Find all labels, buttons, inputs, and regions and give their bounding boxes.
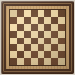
- square-a2[interactable]: [10, 51, 17, 58]
- square-c8[interactable]: [24, 10, 31, 17]
- square-e4[interactable]: [38, 38, 45, 45]
- square-h5[interactable]: [58, 31, 65, 38]
- square-a8[interactable]: [10, 10, 17, 17]
- square-h3[interactable]: [58, 44, 65, 51]
- square-a3[interactable]: [10, 44, 17, 51]
- square-a7[interactable]: [10, 17, 17, 24]
- square-e1[interactable]: [38, 58, 45, 65]
- square-a6[interactable]: [10, 24, 17, 31]
- square-h6[interactable]: [58, 24, 65, 31]
- square-f7[interactable]: [44, 17, 51, 24]
- square-f1[interactable]: [44, 58, 51, 65]
- square-h8[interactable]: [58, 10, 65, 17]
- square-b5[interactable]: [17, 31, 24, 38]
- square-g8[interactable]: [51, 10, 58, 17]
- square-f8[interactable]: [44, 10, 51, 17]
- square-f2[interactable]: [44, 51, 51, 58]
- square-a1[interactable]: [10, 58, 17, 65]
- square-g6[interactable]: [51, 24, 58, 31]
- square-h4[interactable]: [58, 38, 65, 45]
- square-b1[interactable]: [17, 58, 24, 65]
- square-f3[interactable]: [44, 44, 51, 51]
- square-c4[interactable]: [24, 38, 31, 45]
- square-h2[interactable]: [58, 51, 65, 58]
- square-d2[interactable]: [31, 51, 38, 58]
- square-b2[interactable]: [17, 51, 24, 58]
- square-c6[interactable]: [24, 24, 31, 31]
- square-g1[interactable]: [51, 58, 58, 65]
- square-e6[interactable]: [38, 24, 45, 31]
- square-f6[interactable]: [44, 24, 51, 31]
- square-d3[interactable]: [31, 44, 38, 51]
- square-b4[interactable]: [17, 38, 24, 45]
- square-e2[interactable]: [38, 51, 45, 58]
- square-f4[interactable]: [44, 38, 51, 45]
- square-b6[interactable]: [17, 24, 24, 31]
- square-d6[interactable]: [31, 24, 38, 31]
- square-g2[interactable]: [51, 51, 58, 58]
- square-f5[interactable]: [44, 31, 51, 38]
- square-c5[interactable]: [24, 31, 31, 38]
- square-d7[interactable]: [31, 17, 38, 24]
- square-a5[interactable]: [10, 31, 17, 38]
- square-d4[interactable]: [31, 38, 38, 45]
- square-c2[interactable]: [24, 51, 31, 58]
- square-g5[interactable]: [51, 31, 58, 38]
- square-c7[interactable]: [24, 17, 31, 24]
- board-grid: [10, 10, 65, 65]
- square-e7[interactable]: [38, 17, 45, 24]
- square-e5[interactable]: [38, 31, 45, 38]
- board-frame: [1, 1, 74, 74]
- square-c3[interactable]: [24, 44, 31, 51]
- square-h1[interactable]: [58, 58, 65, 65]
- square-e3[interactable]: [38, 44, 45, 51]
- square-d5[interactable]: [31, 31, 38, 38]
- square-g3[interactable]: [51, 44, 58, 51]
- square-g7[interactable]: [51, 17, 58, 24]
- square-b8[interactable]: [17, 10, 24, 17]
- square-b7[interactable]: [17, 17, 24, 24]
- chessboard-photo: [0, 0, 75, 75]
- square-b3[interactable]: [17, 44, 24, 51]
- square-d8[interactable]: [31, 10, 38, 17]
- square-c1[interactable]: [24, 58, 31, 65]
- square-d1[interactable]: [31, 58, 38, 65]
- square-g4[interactable]: [51, 38, 58, 45]
- square-a4[interactable]: [10, 38, 17, 45]
- square-e8[interactable]: [38, 10, 45, 17]
- square-h7[interactable]: [58, 17, 65, 24]
